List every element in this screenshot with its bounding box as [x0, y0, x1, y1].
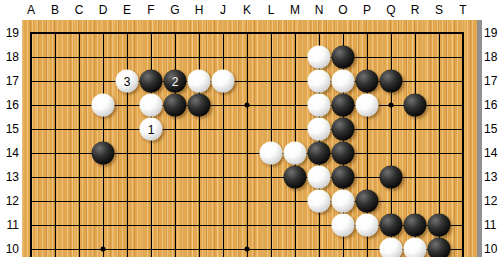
stone-black [356, 190, 379, 213]
star-point [245, 247, 250, 252]
stone-black [332, 166, 355, 189]
stone-black [140, 70, 163, 93]
column-label: P [355, 2, 379, 18]
column-label: Q [379, 2, 403, 18]
stone-white [332, 190, 355, 213]
stone-black [356, 70, 379, 93]
grid-line-vertical [199, 32, 200, 257]
stone-black [380, 70, 403, 93]
stone-black [284, 166, 307, 189]
column-label: K [235, 2, 259, 18]
row-label-left: 19 [1, 25, 19, 41]
stone-white [356, 214, 379, 237]
stone-black [380, 214, 403, 237]
stone-white [404, 238, 427, 257]
column-label: R [403, 2, 427, 18]
grid-line-vertical [55, 32, 56, 257]
stone-white [380, 238, 403, 257]
row-label-left: 15 [1, 121, 19, 137]
star-point [389, 103, 394, 108]
row-label-left: 16 [1, 97, 19, 113]
stone-white [260, 142, 283, 165]
row-label-right: 15 [484, 121, 500, 137]
column-label: J [211, 2, 235, 18]
row-label-left: 11 [1, 217, 19, 233]
stone-white [188, 70, 211, 93]
row-label-left: 12 [1, 193, 19, 209]
grid-line-vertical [79, 32, 80, 257]
row-label-right: 10 [484, 241, 500, 257]
stone-black [332, 118, 355, 141]
column-label: D [91, 2, 115, 18]
column-label: A [19, 2, 43, 18]
star-point [245, 103, 250, 108]
column-label: M [283, 2, 307, 18]
row-label-left: 10 [1, 241, 19, 257]
row-label-left: 18 [1, 49, 19, 65]
stone-white [284, 142, 307, 165]
stone-white [308, 46, 331, 69]
grid-line-vertical [462, 32, 464, 257]
stone-black [404, 214, 427, 237]
stone-black: 2 [164, 70, 187, 93]
go-board[interactable]: 321 [22, 20, 477, 257]
stone-white [308, 190, 331, 213]
stone-white: 3 [116, 70, 139, 93]
stone-white [212, 70, 235, 93]
column-label: H [187, 2, 211, 18]
column-label: O [331, 2, 355, 18]
grid-line-vertical [223, 32, 224, 257]
stone-white [356, 94, 379, 117]
stone-black [308, 142, 331, 165]
stone-white [308, 70, 331, 93]
column-label: E [115, 2, 139, 18]
row-label-right: 14 [484, 145, 500, 161]
grid-line-vertical [30, 32, 32, 257]
stone-white [308, 166, 331, 189]
stone-black [332, 142, 355, 165]
stone-white [332, 214, 355, 237]
column-label: N [307, 2, 331, 18]
star-point [101, 247, 106, 252]
row-label-right: 18 [484, 49, 500, 65]
grid-line-vertical [175, 32, 176, 257]
stone-black [428, 238, 451, 257]
row-label-left: 14 [1, 145, 19, 161]
move-number-label: 3 [124, 75, 131, 87]
row-label-right: 12 [484, 193, 500, 209]
stone-black [404, 94, 427, 117]
move-number-label: 1 [148, 123, 155, 135]
row-label-right: 19 [484, 25, 500, 41]
column-label: F [139, 2, 163, 18]
row-label-right: 16 [484, 97, 500, 113]
column-label: B [43, 2, 67, 18]
move-number-label: 2 [172, 75, 179, 87]
row-label-left: 13 [1, 169, 19, 185]
stone-black [332, 94, 355, 117]
row-label-right: 17 [484, 73, 500, 89]
board-edge-shadow [477, 20, 482, 257]
stone-white: 1 [140, 118, 163, 141]
grid-line-vertical [151, 32, 152, 257]
stone-white [92, 94, 115, 117]
stone-white [308, 94, 331, 117]
column-label: T [451, 2, 475, 18]
column-label: L [259, 2, 283, 18]
grid-line-vertical [247, 32, 248, 257]
stone-black [164, 94, 187, 117]
stone-white [140, 94, 163, 117]
stone-black [92, 142, 115, 165]
stone-black [428, 214, 451, 237]
grid-line-vertical [127, 32, 128, 257]
stone-white [332, 70, 355, 93]
row-label-right: 13 [484, 169, 500, 185]
row-label-left: 17 [1, 73, 19, 89]
column-label: G [163, 2, 187, 18]
stone-black [188, 94, 211, 117]
stone-black [380, 166, 403, 189]
stone-black [332, 46, 355, 69]
stone-white [308, 118, 331, 141]
row-label-right: 11 [484, 217, 500, 233]
go-board-screenshot: 321 ABCDEFGHJKLMNOPQRST19191818171716161… [0, 0, 500, 257]
column-label: S [427, 2, 451, 18]
column-label: C [67, 2, 91, 18]
